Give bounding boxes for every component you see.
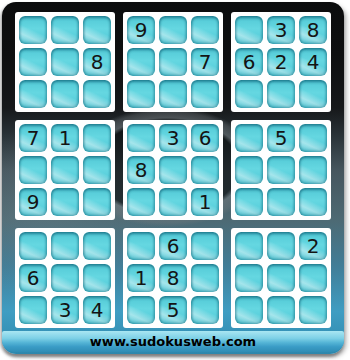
cell-r9c2[interactable]: 3 bbox=[51, 296, 79, 324]
cell-r7c7[interactable] bbox=[235, 232, 263, 260]
cell-r3c8[interactable] bbox=[267, 80, 295, 108]
cell-r3c5[interactable] bbox=[159, 80, 187, 108]
cell-r9c3[interactable]: 4 bbox=[83, 296, 111, 324]
cell-r9c4[interactable] bbox=[127, 296, 155, 324]
cell-r2c2[interactable] bbox=[51, 48, 79, 76]
cell-r8c7[interactable] bbox=[235, 264, 263, 292]
cell-r6c2[interactable] bbox=[51, 188, 79, 216]
box-r1c2: 97 bbox=[123, 12, 223, 112]
cell-r4c4[interactable] bbox=[127, 124, 155, 152]
cell-r5c9[interactable] bbox=[299, 156, 327, 184]
cell-r7c3[interactable] bbox=[83, 232, 111, 260]
cell-r1c2[interactable] bbox=[51, 16, 79, 44]
box-r3c2: 6185 bbox=[123, 228, 223, 328]
sudoku-puzzle-image: 897386247193681563461852 www.sudokusweb.… bbox=[0, 0, 350, 360]
cell-r4c7[interactable] bbox=[235, 124, 263, 152]
cell-r3c1[interactable] bbox=[19, 80, 47, 108]
box-r3c3: 2 bbox=[231, 228, 331, 328]
cell-r7c9[interactable]: 2 bbox=[299, 232, 327, 260]
cell-r3c4[interactable] bbox=[127, 80, 155, 108]
cell-r5c1[interactable] bbox=[19, 156, 47, 184]
cell-r5c8[interactable] bbox=[267, 156, 295, 184]
cell-r5c6[interactable] bbox=[191, 156, 219, 184]
box-r1c3: 38624 bbox=[231, 12, 331, 112]
cell-r9c6[interactable] bbox=[191, 296, 219, 324]
cell-r4c2[interactable]: 1 bbox=[51, 124, 79, 152]
cell-r6c1[interactable]: 9 bbox=[19, 188, 47, 216]
board-frame: 897386247193681563461852 www.sudokusweb.… bbox=[2, 2, 344, 354]
cell-r2c5[interactable] bbox=[159, 48, 187, 76]
cell-r6c3[interactable] bbox=[83, 188, 111, 216]
cell-r5c3[interactable] bbox=[83, 156, 111, 184]
cell-r3c3[interactable] bbox=[83, 80, 111, 108]
cell-r8c3[interactable] bbox=[83, 264, 111, 292]
cell-r1c9[interactable]: 8 bbox=[299, 16, 327, 44]
cell-r7c8[interactable] bbox=[267, 232, 295, 260]
box-r1c1: 8 bbox=[15, 12, 115, 112]
cell-r2c7[interactable]: 6 bbox=[235, 48, 263, 76]
cell-r3c6[interactable] bbox=[191, 80, 219, 108]
cell-r8c4[interactable]: 1 bbox=[127, 264, 155, 292]
cell-r1c6[interactable] bbox=[191, 16, 219, 44]
cell-r3c2[interactable] bbox=[51, 80, 79, 108]
cell-r6c9[interactable] bbox=[299, 188, 327, 216]
cell-r2c3[interactable]: 8 bbox=[83, 48, 111, 76]
cell-r5c2[interactable] bbox=[51, 156, 79, 184]
box-r3c1: 634 bbox=[15, 228, 115, 328]
sudoku-board: 897386247193681563461852 bbox=[15, 12, 331, 328]
cell-r8c8[interactable] bbox=[267, 264, 295, 292]
cell-r1c5[interactable] bbox=[159, 16, 187, 44]
cell-r6c8[interactable] bbox=[267, 188, 295, 216]
cell-r4c8[interactable]: 5 bbox=[267, 124, 295, 152]
cell-r1c1[interactable] bbox=[19, 16, 47, 44]
cell-r4c9[interactable] bbox=[299, 124, 327, 152]
box-r2c2: 3681 bbox=[123, 120, 223, 220]
cell-r7c5[interactable]: 6 bbox=[159, 232, 187, 260]
cell-r2c1[interactable] bbox=[19, 48, 47, 76]
cell-r7c6[interactable] bbox=[191, 232, 219, 260]
cell-r9c9[interactable] bbox=[299, 296, 327, 324]
cell-r9c8[interactable] bbox=[267, 296, 295, 324]
cell-r9c7[interactable] bbox=[235, 296, 263, 324]
cell-r8c1[interactable]: 6 bbox=[19, 264, 47, 292]
cell-r1c7[interactable] bbox=[235, 16, 263, 44]
cell-r9c5[interactable]: 5 bbox=[159, 296, 187, 324]
cell-r5c5[interactable] bbox=[159, 156, 187, 184]
cell-r7c2[interactable] bbox=[51, 232, 79, 260]
footer-bar: www.sudokusweb.com bbox=[2, 331, 344, 352]
box-r2c1: 719 bbox=[15, 120, 115, 220]
cell-r3c7[interactable] bbox=[235, 80, 263, 108]
cell-r8c9[interactable] bbox=[299, 264, 327, 292]
cell-r6c6[interactable]: 1 bbox=[191, 188, 219, 216]
cell-r2c8[interactable]: 2 bbox=[267, 48, 295, 76]
cell-r3c9[interactable] bbox=[299, 80, 327, 108]
cell-r4c1[interactable]: 7 bbox=[19, 124, 47, 152]
cell-r6c4[interactable] bbox=[127, 188, 155, 216]
website-url: www.sudokusweb.com bbox=[90, 334, 256, 349]
cell-r4c3[interactable] bbox=[83, 124, 111, 152]
cell-r6c5[interactable] bbox=[159, 188, 187, 216]
cell-r4c6[interactable]: 6 bbox=[191, 124, 219, 152]
cell-r2c4[interactable] bbox=[127, 48, 155, 76]
cell-r4c5[interactable]: 3 bbox=[159, 124, 187, 152]
cell-r6c7[interactable] bbox=[235, 188, 263, 216]
cell-r8c5[interactable]: 8 bbox=[159, 264, 187, 292]
cell-r5c7[interactable] bbox=[235, 156, 263, 184]
cell-r2c9[interactable]: 4 bbox=[299, 48, 327, 76]
cell-r8c6[interactable] bbox=[191, 264, 219, 292]
cell-r1c8[interactable]: 3 bbox=[267, 16, 295, 44]
cell-r9c1[interactable] bbox=[19, 296, 47, 324]
cell-r7c1[interactable] bbox=[19, 232, 47, 260]
cell-r1c4[interactable]: 9 bbox=[127, 16, 155, 44]
cell-r7c4[interactable] bbox=[127, 232, 155, 260]
cell-r1c3[interactable] bbox=[83, 16, 111, 44]
box-r2c3: 5 bbox=[231, 120, 331, 220]
cell-r2c6[interactable]: 7 bbox=[191, 48, 219, 76]
cell-r5c4[interactable]: 8 bbox=[127, 156, 155, 184]
cell-r8c2[interactable] bbox=[51, 264, 79, 292]
